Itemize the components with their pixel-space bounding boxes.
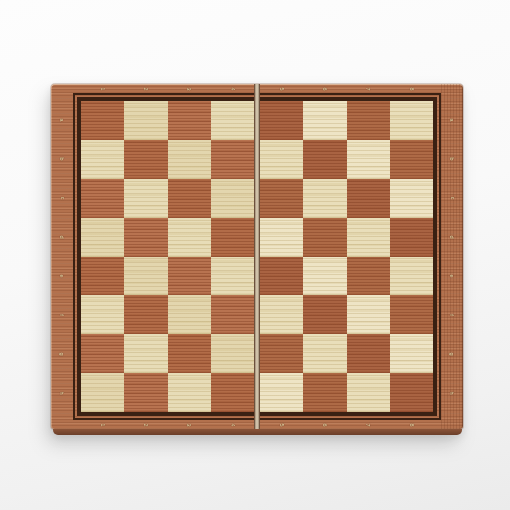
coordinate-label-text: c bbox=[59, 197, 64, 200]
coordinate-label-text: 2 bbox=[143, 423, 148, 426]
coordinate-label-text: 6 bbox=[322, 87, 327, 90]
coordinate-label: 5 bbox=[260, 420, 303, 429]
square-h6[interactable] bbox=[303, 373, 346, 412]
square-h3[interactable] bbox=[168, 373, 211, 412]
square-f5[interactable] bbox=[260, 295, 303, 334]
fold-seam bbox=[254, 84, 260, 429]
square-g2[interactable] bbox=[124, 334, 167, 373]
coordinate-label: g bbox=[51, 334, 73, 373]
square-f8[interactable] bbox=[390, 295, 433, 334]
coordinate-label: h bbox=[441, 373, 463, 412]
square-g8[interactable] bbox=[390, 334, 433, 373]
coordinate-label: h bbox=[51, 373, 73, 412]
square-d4[interactable] bbox=[211, 218, 254, 257]
coordinate-label-text: b bbox=[449, 158, 454, 161]
coordinate-label-text: 1 bbox=[100, 87, 105, 90]
square-h2[interactable] bbox=[124, 373, 167, 412]
coordinate-labels-bottom: 12345678 bbox=[81, 420, 433, 429]
square-c2[interactable] bbox=[124, 179, 167, 218]
square-g5[interactable] bbox=[260, 334, 303, 373]
coordinate-label: 4 bbox=[211, 420, 254, 429]
coordinate-label: 8 bbox=[390, 420, 433, 429]
coordinate-label: e bbox=[441, 257, 463, 296]
coordinate-label-text: 1 bbox=[100, 423, 105, 426]
coordinate-label: c bbox=[441, 179, 463, 218]
coordinate-label-text: 8 bbox=[409, 423, 414, 426]
square-a5[interactable] bbox=[260, 101, 303, 140]
coordinate-label: 3 bbox=[168, 84, 211, 93]
coordinate-label: 7 bbox=[347, 420, 390, 429]
square-h7[interactable] bbox=[347, 373, 390, 412]
square-g6[interactable] bbox=[303, 334, 346, 373]
board-half-left bbox=[81, 101, 254, 412]
coordinate-label-text: e bbox=[449, 274, 454, 277]
square-g1[interactable] bbox=[81, 334, 124, 373]
coordinate-label-text: 6 bbox=[322, 423, 327, 426]
board-face: 12345678 12345678 abcdefgh abcdefgh bbox=[51, 84, 463, 429]
board-half-right bbox=[260, 101, 433, 412]
coordinate-label-text: 7 bbox=[365, 87, 370, 90]
coordinate-label: 5 bbox=[260, 84, 303, 93]
square-g3[interactable] bbox=[168, 334, 211, 373]
square-a4[interactable] bbox=[211, 101, 254, 140]
square-d8[interactable] bbox=[390, 218, 433, 257]
square-c8[interactable] bbox=[390, 179, 433, 218]
square-c7[interactable] bbox=[347, 179, 390, 218]
square-b2[interactable] bbox=[124, 140, 167, 179]
board-thickness-edge bbox=[53, 429, 462, 435]
square-e7[interactable] bbox=[347, 257, 390, 296]
square-b1[interactable] bbox=[81, 140, 124, 179]
coordinate-label: 3 bbox=[168, 420, 211, 429]
square-d2[interactable] bbox=[124, 218, 167, 257]
coordinate-label-text: e bbox=[59, 274, 64, 277]
coordinate-label: 6 bbox=[303, 84, 346, 93]
coordinate-label-text: h bbox=[59, 391, 64, 394]
coordinate-label: f bbox=[51, 295, 73, 334]
square-e6[interactable] bbox=[303, 257, 346, 296]
square-h4[interactable] bbox=[211, 373, 254, 412]
coordinate-label: a bbox=[441, 101, 463, 140]
square-b6[interactable] bbox=[303, 140, 346, 179]
square-h1[interactable] bbox=[81, 373, 124, 412]
square-h5[interactable] bbox=[260, 373, 303, 412]
photo-background: 12345678 12345678 abcdefgh abcdefgh bbox=[0, 0, 510, 510]
coordinate-label: c bbox=[51, 179, 73, 218]
coordinate-label-text: f bbox=[59, 314, 64, 316]
square-f3[interactable] bbox=[168, 295, 211, 334]
coordinate-label-text: 3 bbox=[186, 423, 191, 426]
square-c6[interactable] bbox=[303, 179, 346, 218]
square-e4[interactable] bbox=[211, 257, 254, 296]
coordinate-label-text: 4 bbox=[230, 423, 235, 426]
coordinate-label-text: a bbox=[449, 119, 454, 122]
coordinate-label-text: 2 bbox=[143, 87, 148, 90]
square-a8[interactable] bbox=[390, 101, 433, 140]
coordinate-label: 8 bbox=[390, 84, 433, 93]
coordinate-labels-top: 12345678 bbox=[81, 84, 433, 93]
square-b7[interactable] bbox=[347, 140, 390, 179]
coordinate-label: b bbox=[51, 140, 73, 179]
square-d3[interactable] bbox=[168, 218, 211, 257]
coordinate-label: g bbox=[441, 334, 463, 373]
square-f1[interactable] bbox=[81, 295, 124, 334]
coordinate-label-text: c bbox=[449, 197, 454, 200]
square-d7[interactable] bbox=[347, 218, 390, 257]
coordinate-label: 4 bbox=[211, 84, 254, 93]
coordinate-label: 2 bbox=[124, 420, 167, 429]
square-c5[interactable] bbox=[260, 179, 303, 218]
coordinate-label: 1 bbox=[81, 420, 124, 429]
square-f6[interactable] bbox=[303, 295, 346, 334]
square-c3[interactable] bbox=[168, 179, 211, 218]
square-a2[interactable] bbox=[124, 101, 167, 140]
coordinate-label: 1 bbox=[81, 84, 124, 93]
coordinate-labels-right: abcdefgh bbox=[441, 101, 463, 412]
chessboard: 12345678 12345678 abcdefgh abcdefgh bbox=[51, 84, 463, 435]
coordinate-label-text: a bbox=[59, 119, 64, 122]
coordinate-label: b bbox=[441, 140, 463, 179]
square-h8[interactable] bbox=[390, 373, 433, 412]
coordinate-label: a bbox=[51, 101, 73, 140]
coordinate-label-text: 4 bbox=[230, 87, 235, 90]
square-g7[interactable] bbox=[347, 334, 390, 373]
square-b5[interactable] bbox=[260, 140, 303, 179]
coordinate-label: f bbox=[441, 295, 463, 334]
coordinate-label-text: d bbox=[449, 236, 454, 239]
square-a1[interactable] bbox=[81, 101, 124, 140]
square-e5[interactable] bbox=[260, 257, 303, 296]
square-d5[interactable] bbox=[260, 218, 303, 257]
coordinate-label-text: 5 bbox=[279, 423, 284, 426]
square-e8[interactable] bbox=[390, 257, 433, 296]
square-c4[interactable] bbox=[211, 179, 254, 218]
coordinate-label-text: b bbox=[59, 158, 64, 161]
square-b3[interactable] bbox=[168, 140, 211, 179]
coordinate-label: 2 bbox=[124, 84, 167, 93]
square-e1[interactable] bbox=[81, 257, 124, 296]
square-f2[interactable] bbox=[124, 295, 167, 334]
coordinate-label-text: 8 bbox=[409, 87, 414, 90]
square-a6[interactable] bbox=[303, 101, 346, 140]
coordinate-label: e bbox=[51, 257, 73, 296]
square-d1[interactable] bbox=[81, 218, 124, 257]
coordinate-label-text: 7 bbox=[365, 423, 370, 426]
coordinate-label-text: h bbox=[449, 391, 454, 394]
square-a7[interactable] bbox=[347, 101, 390, 140]
coordinate-label: 7 bbox=[347, 84, 390, 93]
square-f4[interactable] bbox=[211, 295, 254, 334]
coordinate-label-text: g bbox=[59, 352, 64, 355]
square-d6[interactable] bbox=[303, 218, 346, 257]
coordinate-label-text: f bbox=[449, 314, 454, 316]
square-b8[interactable] bbox=[390, 140, 433, 179]
coordinate-label: d bbox=[51, 218, 73, 257]
square-b4[interactable] bbox=[211, 140, 254, 179]
coordinate-label-text: 3 bbox=[186, 87, 191, 90]
coordinate-label-text: 5 bbox=[279, 87, 284, 90]
square-g4[interactable] bbox=[211, 334, 254, 373]
coordinate-label-text: d bbox=[59, 236, 64, 239]
square-e3[interactable] bbox=[168, 257, 211, 296]
square-c1[interactable] bbox=[81, 179, 124, 218]
coordinate-labels-left: abcdefgh bbox=[51, 101, 73, 412]
coordinate-label: 6 bbox=[303, 420, 346, 429]
square-a3[interactable] bbox=[168, 101, 211, 140]
square-f7[interactable] bbox=[347, 295, 390, 334]
coordinate-label-text: g bbox=[449, 352, 454, 355]
square-e2[interactable] bbox=[124, 257, 167, 296]
coordinate-label: d bbox=[441, 218, 463, 257]
